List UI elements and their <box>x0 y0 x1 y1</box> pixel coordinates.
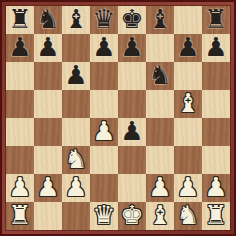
square-e6[interactable] <box>118 62 146 90</box>
square-c3[interactable]: ♞ <box>62 146 90 174</box>
piece-black-knight-b8[interactable]: ♞ <box>36 6 59 33</box>
square-c7[interactable] <box>62 34 90 62</box>
square-h4[interactable] <box>202 118 230 146</box>
piece-white-pawn-f2[interactable]: ♟ <box>148 174 171 201</box>
square-b4[interactable] <box>34 118 62 146</box>
square-e4[interactable]: ♟ <box>118 118 146 146</box>
piece-white-pawn-c2[interactable]: ♟ <box>64 174 87 201</box>
square-b2[interactable]: ♟ <box>34 174 62 202</box>
square-f6[interactable]: ♞ <box>146 62 174 90</box>
piece-white-knight-c3[interactable]: ♞ <box>64 146 87 173</box>
chess-board: ♜♞♝♛♚♝♜♟♟♟♟♟♟♟♞♝♟♟♞♟♟♟♟♟♟♜♛♚♝♞♜ <box>6 6 230 230</box>
piece-white-bishop-f1[interactable]: ♝ <box>148 202 171 229</box>
piece-black-pawn-e4[interactable]: ♟ <box>120 118 143 145</box>
square-a3[interactable] <box>6 146 34 174</box>
square-d8[interactable]: ♛ <box>90 6 118 34</box>
square-h7[interactable]: ♟ <box>202 34 230 62</box>
square-a8[interactable]: ♜ <box>6 6 34 34</box>
square-f1[interactable]: ♝ <box>146 202 174 230</box>
square-e7[interactable]: ♟ <box>118 34 146 62</box>
square-f2[interactable]: ♟ <box>146 174 174 202</box>
square-a2[interactable]: ♟ <box>6 174 34 202</box>
piece-white-pawn-b2[interactable]: ♟ <box>36 174 59 201</box>
piece-black-knight-f6[interactable]: ♞ <box>148 62 171 89</box>
piece-white-pawn-g2[interactable]: ♟ <box>176 174 199 201</box>
piece-white-queen-d1[interactable]: ♛ <box>92 202 115 229</box>
square-f5[interactable] <box>146 90 174 118</box>
square-h8[interactable]: ♜ <box>202 6 230 34</box>
square-e2[interactable] <box>118 174 146 202</box>
square-g5[interactable]: ♝ <box>174 90 202 118</box>
square-a1[interactable]: ♜ <box>6 202 34 230</box>
piece-black-pawn-d7[interactable]: ♟ <box>92 34 115 61</box>
piece-black-rook-a8[interactable]: ♜ <box>8 6 31 33</box>
square-h2[interactable]: ♟ <box>202 174 230 202</box>
square-b3[interactable] <box>34 146 62 174</box>
piece-black-queen-d8[interactable]: ♛ <box>92 6 115 33</box>
square-c2[interactable]: ♟ <box>62 174 90 202</box>
piece-white-rook-a1[interactable]: ♜ <box>8 202 31 229</box>
square-h1[interactable]: ♜ <box>202 202 230 230</box>
piece-white-pawn-h2[interactable]: ♟ <box>204 174 227 201</box>
square-c5[interactable] <box>62 90 90 118</box>
square-a5[interactable] <box>6 90 34 118</box>
chess-board-frame: ♜♞♝♛♚♝♜♟♟♟♟♟♟♟♞♝♟♟♞♟♟♟♟♟♟♜♛♚♝♞♜ <box>0 0 236 236</box>
square-c8[interactable]: ♝ <box>62 6 90 34</box>
square-e3[interactable] <box>118 146 146 174</box>
square-b7[interactable]: ♟ <box>34 34 62 62</box>
piece-black-pawn-g7[interactable]: ♟ <box>176 34 199 61</box>
square-h6[interactable] <box>202 62 230 90</box>
piece-black-pawn-c6[interactable]: ♟ <box>64 62 87 89</box>
square-d5[interactable] <box>90 90 118 118</box>
piece-black-pawn-b7[interactable]: ♟ <box>36 34 59 61</box>
square-d1[interactable]: ♛ <box>90 202 118 230</box>
square-d7[interactable]: ♟ <box>90 34 118 62</box>
square-d6[interactable] <box>90 62 118 90</box>
square-a6[interactable] <box>6 62 34 90</box>
piece-black-pawn-h7[interactable]: ♟ <box>204 34 227 61</box>
square-g2[interactable]: ♟ <box>174 174 202 202</box>
square-c1[interactable] <box>62 202 90 230</box>
square-g8[interactable] <box>174 6 202 34</box>
piece-black-pawn-e7[interactable]: ♟ <box>120 34 143 61</box>
square-g6[interactable] <box>174 62 202 90</box>
piece-black-pawn-a7[interactable]: ♟ <box>8 34 31 61</box>
square-a7[interactable]: ♟ <box>6 34 34 62</box>
square-d3[interactable] <box>90 146 118 174</box>
square-c6[interactable]: ♟ <box>62 62 90 90</box>
piece-black-bishop-f8[interactable]: ♝ <box>148 6 171 33</box>
square-d2[interactable] <box>90 174 118 202</box>
square-c4[interactable] <box>62 118 90 146</box>
square-b6[interactable] <box>34 62 62 90</box>
square-f8[interactable]: ♝ <box>146 6 174 34</box>
square-e5[interactable] <box>118 90 146 118</box>
square-h3[interactable] <box>202 146 230 174</box>
square-g7[interactable]: ♟ <box>174 34 202 62</box>
square-b5[interactable] <box>34 90 62 118</box>
piece-white-knight-g1[interactable]: ♞ <box>176 202 199 229</box>
piece-white-bishop-g5[interactable]: ♝ <box>176 90 199 117</box>
piece-black-rook-h8[interactable]: ♜ <box>204 6 227 33</box>
square-e1[interactable]: ♚ <box>118 202 146 230</box>
piece-white-pawn-d4[interactable]: ♟ <box>92 118 115 145</box>
piece-white-pawn-a2[interactable]: ♟ <box>8 174 31 201</box>
square-f4[interactable] <box>146 118 174 146</box>
square-f7[interactable] <box>146 34 174 62</box>
piece-black-king-e8[interactable]: ♚ <box>120 6 143 33</box>
square-b8[interactable]: ♞ <box>34 6 62 34</box>
square-h5[interactable] <box>202 90 230 118</box>
square-g3[interactable] <box>174 146 202 174</box>
square-e8[interactable]: ♚ <box>118 6 146 34</box>
piece-black-bishop-c8[interactable]: ♝ <box>64 6 87 33</box>
piece-white-king-e1[interactable]: ♚ <box>120 202 143 229</box>
square-f3[interactable] <box>146 146 174 174</box>
square-g1[interactable]: ♞ <box>174 202 202 230</box>
piece-white-rook-h1[interactable]: ♜ <box>204 202 227 229</box>
square-b1[interactable] <box>34 202 62 230</box>
square-g4[interactable] <box>174 118 202 146</box>
square-d4[interactable]: ♟ <box>90 118 118 146</box>
square-a4[interactable] <box>6 118 34 146</box>
